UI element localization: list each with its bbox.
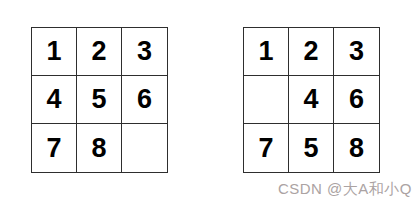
left-cell-r0c2: 3	[122, 28, 167, 76]
csdn-watermark: CSDN @大A和小Q	[278, 180, 412, 199]
right-cell-r0c2: 3	[334, 28, 379, 76]
left-cell-r2c1: 8	[77, 124, 122, 172]
right-cell-r1c1: 4	[289, 76, 334, 124]
left-cell-r0c0: 1	[32, 28, 77, 76]
puzzle-diagram: 1 2 3 4 5 6 7 8 1 2 3 4 6 7 5 8 CSDN @大A…	[0, 0, 415, 203]
right-cell-r2c0: 7	[244, 124, 289, 172]
right-cell-r2c1: 5	[289, 124, 334, 172]
left-cell-r0c1: 2	[77, 28, 122, 76]
left-cell-r1c0: 4	[32, 76, 77, 124]
left-cell-r1c2: 6	[122, 76, 167, 124]
left-cell-r2c0: 7	[32, 124, 77, 172]
right-cell-r1c2: 6	[334, 76, 379, 124]
board-left: 1 2 3 4 5 6 7 8	[31, 27, 168, 173]
right-cell-r1c0-empty	[244, 76, 289, 124]
board-right: 1 2 3 4 6 7 5 8	[243, 27, 380, 173]
right-cell-r0c1: 2	[289, 28, 334, 76]
right-cell-r2c2: 8	[334, 124, 379, 172]
left-cell-r2c2-empty	[122, 124, 167, 172]
right-cell-r0c0: 1	[244, 28, 289, 76]
left-cell-r1c1: 5	[77, 76, 122, 124]
